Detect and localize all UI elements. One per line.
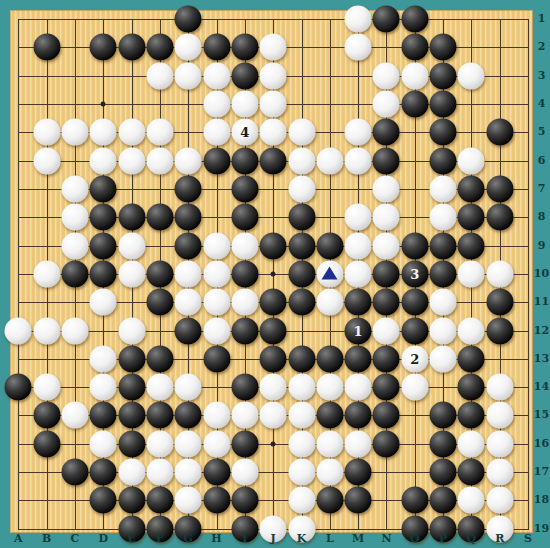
black-stone-H6[interactable] (203, 147, 230, 174)
white-stone-Q18[interactable] (458, 487, 485, 514)
black-stone-G15[interactable] (175, 402, 202, 429)
white-stone-H16[interactable] (203, 430, 230, 457)
white-stone-O13[interactable]: 2 (401, 345, 428, 372)
black-stone-P9[interactable] (430, 232, 457, 259)
white-stone-F16[interactable] (146, 430, 173, 457)
white-stone-P11[interactable] (430, 289, 457, 316)
black-stone-P16[interactable] (430, 430, 457, 457)
grid-line-vertical (18, 19, 19, 530)
black-stone-F15[interactable] (146, 402, 173, 429)
white-stone-C9[interactable] (61, 232, 88, 259)
white-stone-H10[interactable] (203, 260, 230, 287)
black-stone-P18[interactable] (430, 487, 457, 514)
white-stone-M16[interactable] (345, 430, 372, 457)
black-stone-G12[interactable] (175, 317, 202, 344)
white-stone-F14[interactable] (146, 374, 173, 401)
white-stone-G17[interactable] (175, 459, 202, 486)
column-label-O: O (405, 532, 425, 547)
black-stone-O11[interactable] (401, 289, 428, 316)
grid-line-vertical (528, 19, 529, 530)
white-stone-B10[interactable] (33, 260, 60, 287)
column-label-P: P (433, 532, 453, 547)
column-label-M: M (348, 532, 368, 547)
black-stone-G8[interactable] (175, 204, 202, 231)
white-stone-D6[interactable] (90, 147, 117, 174)
black-stone-N14[interactable] (373, 374, 400, 401)
white-stone-O14[interactable] (401, 374, 428, 401)
white-stone-I11[interactable] (231, 289, 258, 316)
black-stone-N1[interactable] (373, 6, 400, 33)
white-stone-I5[interactable]: 4 (231, 119, 258, 146)
column-label-F: F (150, 532, 170, 547)
triangle-marker-icon (322, 266, 338, 279)
row-label-18: 18 (533, 493, 550, 507)
black-stone-E16[interactable] (118, 430, 145, 457)
white-stone-I4[interactable] (231, 90, 258, 117)
black-stone-A14[interactable] (5, 374, 32, 401)
black-stone-I7[interactable] (231, 175, 258, 202)
black-stone-F10[interactable] (146, 260, 173, 287)
column-label-E: E (122, 532, 142, 547)
white-stone-G11[interactable] (175, 289, 202, 316)
white-stone-K7[interactable] (288, 175, 315, 202)
black-stone-L18[interactable] (316, 487, 343, 514)
white-stone-R17[interactable] (486, 459, 513, 486)
black-stone-J12[interactable] (260, 317, 287, 344)
black-stone-J6[interactable] (260, 147, 287, 174)
row-label-7: 7 (533, 182, 550, 196)
black-stone-O4[interactable] (401, 90, 428, 117)
black-stone-O1[interactable] (401, 6, 428, 33)
white-stone-J15[interactable] (260, 402, 287, 429)
column-label-Q: Q (461, 532, 481, 547)
black-stone-F8[interactable] (146, 204, 173, 231)
white-stone-O3[interactable] (401, 62, 428, 89)
white-stone-J4[interactable] (260, 90, 287, 117)
black-stone-N16[interactable] (373, 430, 400, 457)
black-stone-P10[interactable] (430, 260, 457, 287)
black-stone-P17[interactable] (430, 459, 457, 486)
black-stone-K9[interactable] (288, 232, 315, 259)
white-stone-L16[interactable] (316, 430, 343, 457)
white-stone-R16[interactable] (486, 430, 513, 457)
white-stone-B12[interactable] (33, 317, 60, 344)
column-label-L: L (320, 532, 340, 547)
black-stone-D17[interactable] (90, 459, 117, 486)
black-stone-K13[interactable] (288, 345, 315, 372)
white-stone-C7[interactable] (61, 175, 88, 202)
row-label-10: 10 (533, 267, 550, 281)
row-label-1: 1 (533, 12, 550, 26)
black-stone-K11[interactable] (288, 289, 315, 316)
white-stone-E9[interactable] (118, 232, 145, 259)
black-stone-O18[interactable] (401, 487, 428, 514)
black-stone-L9[interactable] (316, 232, 343, 259)
white-stone-D16[interactable] (90, 430, 117, 457)
move-number-label: 3 (410, 267, 419, 280)
row-label-4: 4 (533, 97, 550, 111)
white-stone-F3[interactable] (146, 62, 173, 89)
row-label-9: 9 (533, 239, 550, 253)
white-stone-I15[interactable] (231, 402, 258, 429)
black-stone-E2[interactable] (118, 34, 145, 61)
column-label-D: D (93, 532, 113, 547)
black-stone-K10[interactable] (288, 260, 315, 287)
black-stone-H13[interactable] (203, 345, 230, 372)
black-stone-G9[interactable] (175, 232, 202, 259)
row-label-2: 2 (533, 40, 550, 54)
row-label-13: 13 (533, 352, 550, 366)
white-stone-M5[interactable] (345, 119, 372, 146)
black-stone-D18[interactable] (90, 487, 117, 514)
black-stone-P6[interactable] (430, 147, 457, 174)
black-stone-H18[interactable] (203, 487, 230, 514)
black-stone-N10[interactable] (373, 260, 400, 287)
black-stone-M15[interactable] (345, 402, 372, 429)
white-stone-Q16[interactable] (458, 430, 485, 457)
column-label-H: H (207, 532, 227, 547)
black-stone-B16[interactable] (33, 430, 60, 457)
white-stone-H15[interactable] (203, 402, 230, 429)
black-stone-N11[interactable] (373, 289, 400, 316)
white-stone-D14[interactable] (90, 374, 117, 401)
black-stone-D9[interactable] (90, 232, 117, 259)
white-stone-C8[interactable] (61, 204, 88, 231)
black-stone-J13[interactable] (260, 345, 287, 372)
white-stone-B5[interactable] (33, 119, 60, 146)
white-stone-P12[interactable] (430, 317, 457, 344)
black-stone-I6[interactable] (231, 147, 258, 174)
white-stone-K17[interactable] (288, 459, 315, 486)
white-stone-H9[interactable] (203, 232, 230, 259)
black-stone-Q8[interactable] (458, 204, 485, 231)
black-stone-P15[interactable] (430, 402, 457, 429)
white-stone-M2[interactable] (345, 34, 372, 61)
row-label-15: 15 (533, 408, 550, 422)
white-stone-M8[interactable] (345, 204, 372, 231)
white-stone-I17[interactable] (231, 459, 258, 486)
black-stone-F13[interactable] (146, 345, 173, 372)
black-stone-D15[interactable] (90, 402, 117, 429)
white-stone-F6[interactable] (146, 147, 173, 174)
white-stone-N4[interactable] (373, 90, 400, 117)
white-stone-H3[interactable] (203, 62, 230, 89)
white-stone-K16[interactable] (288, 430, 315, 457)
row-label-6: 6 (533, 154, 550, 168)
white-stone-J5[interactable] (260, 119, 287, 146)
row-label-17: 17 (533, 465, 550, 479)
black-stone-M13[interactable] (345, 345, 372, 372)
black-stone-F11[interactable] (146, 289, 173, 316)
star-point (101, 101, 106, 106)
black-stone-R7[interactable] (486, 175, 513, 202)
white-stone-D11[interactable] (90, 289, 117, 316)
white-stone-G3[interactable] (175, 62, 202, 89)
black-stone-D2[interactable] (90, 34, 117, 61)
black-stone-R11[interactable] (486, 289, 513, 316)
white-stone-R15[interactable] (486, 402, 513, 429)
white-stone-N7[interactable] (373, 175, 400, 202)
white-stone-D5[interactable] (90, 119, 117, 146)
white-stone-D13[interactable] (90, 345, 117, 372)
row-label-8: 8 (533, 210, 550, 224)
white-stone-K15[interactable] (288, 402, 315, 429)
white-stone-A12[interactable] (5, 317, 32, 344)
white-stone-N3[interactable] (373, 62, 400, 89)
black-stone-O9[interactable] (401, 232, 428, 259)
black-stone-I3[interactable] (231, 62, 258, 89)
black-stone-P2[interactable] (430, 34, 457, 61)
black-stone-Q7[interactable] (458, 175, 485, 202)
white-stone-K18[interactable] (288, 487, 315, 514)
white-stone-M1[interactable] (345, 6, 372, 33)
white-stone-L10[interactable] (316, 260, 343, 287)
black-stone-I16[interactable] (231, 430, 258, 457)
black-stone-M11[interactable] (345, 289, 372, 316)
white-stone-L6[interactable] (316, 147, 343, 174)
black-stone-E15[interactable] (118, 402, 145, 429)
white-stone-G10[interactable] (175, 260, 202, 287)
black-stone-R8[interactable] (486, 204, 513, 231)
white-stone-H5[interactable] (203, 119, 230, 146)
white-stone-M6[interactable] (345, 147, 372, 174)
white-stone-Q12[interactable] (458, 317, 485, 344)
white-stone-K6[interactable] (288, 147, 315, 174)
column-label-J: J (263, 532, 283, 547)
black-stone-G7[interactable] (175, 175, 202, 202)
white-stone-C12[interactable] (61, 317, 88, 344)
black-stone-Q17[interactable] (458, 459, 485, 486)
white-stone-N12[interactable] (373, 317, 400, 344)
white-stone-M9[interactable] (345, 232, 372, 259)
column-label-G: G (178, 532, 198, 547)
black-stone-M17[interactable] (345, 459, 372, 486)
black-stone-M12[interactable]: 1 (345, 317, 372, 344)
white-stone-M14[interactable] (345, 374, 372, 401)
row-label-19: 19 (533, 522, 550, 536)
black-stone-I8[interactable] (231, 204, 258, 231)
white-stone-L17[interactable] (316, 459, 343, 486)
black-stone-C10[interactable] (61, 260, 88, 287)
white-stone-K5[interactable] (288, 119, 315, 146)
black-stone-P4[interactable] (430, 90, 457, 117)
black-stone-I14[interactable] (231, 374, 258, 401)
black-stone-E18[interactable] (118, 487, 145, 514)
white-stone-R14[interactable] (486, 374, 513, 401)
row-label-3: 3 (533, 69, 550, 83)
black-stone-Q9[interactable] (458, 232, 485, 259)
white-stone-J3[interactable] (260, 62, 287, 89)
column-label-B: B (37, 532, 57, 547)
white-stone-Q3[interactable] (458, 62, 485, 89)
black-stone-G1[interactable] (175, 6, 202, 33)
white-stone-E10[interactable] (118, 260, 145, 287)
move-number-label: 4 (240, 126, 249, 139)
column-label-R: R (490, 532, 510, 547)
column-label-I: I (235, 532, 255, 547)
black-stone-Q14[interactable] (458, 374, 485, 401)
white-stone-I9[interactable] (231, 232, 258, 259)
white-stone-P8[interactable] (430, 204, 457, 231)
black-stone-O2[interactable] (401, 34, 428, 61)
go-board[interactable]: 4312 (10, 10, 533, 533)
row-label-16: 16 (533, 437, 550, 451)
black-stone-N15[interactable] (373, 402, 400, 429)
white-stone-B6[interactable] (33, 147, 60, 174)
move-number-label: 1 (354, 324, 363, 337)
white-stone-N9[interactable] (373, 232, 400, 259)
black-stone-P5[interactable] (430, 119, 457, 146)
black-stone-D7[interactable] (90, 175, 117, 202)
column-label-K: K (292, 532, 312, 547)
black-stone-E13[interactable] (118, 345, 145, 372)
column-label-N: N (376, 532, 396, 547)
white-stone-C5[interactable] (61, 119, 88, 146)
black-stone-K8[interactable] (288, 204, 315, 231)
row-label-11: 11 (533, 295, 550, 309)
column-label-C: C (65, 532, 85, 547)
black-stone-B15[interactable] (33, 402, 60, 429)
black-stone-O12[interactable] (401, 317, 428, 344)
white-stone-E17[interactable] (118, 459, 145, 486)
white-stone-Q6[interactable] (458, 147, 485, 174)
black-stone-I2[interactable] (231, 34, 258, 61)
black-stone-I10[interactable] (231, 260, 258, 287)
white-stone-F17[interactable] (146, 459, 173, 486)
white-stone-P13[interactable] (430, 345, 457, 372)
black-stone-R5[interactable] (486, 119, 513, 146)
white-stone-G6[interactable] (175, 147, 202, 174)
white-stone-F5[interactable] (146, 119, 173, 146)
black-stone-Q13[interactable] (458, 345, 485, 372)
white-stone-H11[interactable] (203, 289, 230, 316)
black-stone-R12[interactable] (486, 317, 513, 344)
white-stone-K14[interactable] (288, 374, 315, 401)
black-stone-D10[interactable] (90, 260, 117, 287)
go-board-screenshot: 4312 ABCDEFGHIJKLMNOPQRS1234567891011121… (0, 0, 550, 548)
white-stone-E5[interactable] (118, 119, 145, 146)
white-stone-G16[interactable] (175, 430, 202, 457)
white-stone-P7[interactable] (430, 175, 457, 202)
row-label-12: 12 (533, 324, 550, 338)
white-stone-M10[interactable] (345, 260, 372, 287)
black-stone-N13[interactable] (373, 345, 400, 372)
white-stone-H12[interactable] (203, 317, 230, 344)
white-stone-C15[interactable] (61, 402, 88, 429)
column-label-A: A (8, 532, 28, 547)
white-stone-Q10[interactable] (458, 260, 485, 287)
white-stone-H4[interactable] (203, 90, 230, 117)
black-stone-B2[interactable] (33, 34, 60, 61)
black-stone-M18[interactable] (345, 487, 372, 514)
white-stone-R10[interactable] (486, 260, 513, 287)
black-stone-N6[interactable] (373, 147, 400, 174)
white-stone-B14[interactable] (33, 374, 60, 401)
black-stone-N5[interactable] (373, 119, 400, 146)
black-stone-E8[interactable] (118, 204, 145, 231)
white-stone-E6[interactable] (118, 147, 145, 174)
black-stone-P3[interactable] (430, 62, 457, 89)
white-stone-N8[interactable] (373, 204, 400, 231)
black-stone-C17[interactable] (61, 459, 88, 486)
black-stone-L13[interactable] (316, 345, 343, 372)
black-stone-D8[interactable] (90, 204, 117, 231)
black-stone-I18[interactable] (231, 487, 258, 514)
black-stone-L15[interactable] (316, 402, 343, 429)
star-point (271, 271, 276, 276)
black-stone-Q15[interactable] (458, 402, 485, 429)
white-stone-J14[interactable] (260, 374, 287, 401)
row-label-14: 14 (533, 380, 550, 394)
row-label-5: 5 (533, 125, 550, 139)
white-stone-L11[interactable] (316, 289, 343, 316)
white-stone-E12[interactable] (118, 317, 145, 344)
white-stone-J2[interactable] (260, 34, 287, 61)
white-stone-G18[interactable] (175, 487, 202, 514)
black-stone-J11[interactable] (260, 289, 287, 316)
white-stone-L14[interactable] (316, 374, 343, 401)
black-stone-I12[interactable] (231, 317, 258, 344)
black-stone-F18[interactable] (146, 487, 173, 514)
white-stone-G2[interactable] (175, 34, 202, 61)
white-stone-G14[interactable] (175, 374, 202, 401)
black-stone-E14[interactable] (118, 374, 145, 401)
black-stone-J9[interactable] (260, 232, 287, 259)
black-stone-F2[interactable] (146, 34, 173, 61)
black-stone-O10[interactable]: 3 (401, 260, 428, 287)
black-stone-H17[interactable] (203, 459, 230, 486)
white-stone-R18[interactable] (486, 487, 513, 514)
move-number-label: 2 (410, 352, 419, 365)
black-stone-H2[interactable] (203, 34, 230, 61)
star-point (271, 441, 276, 446)
